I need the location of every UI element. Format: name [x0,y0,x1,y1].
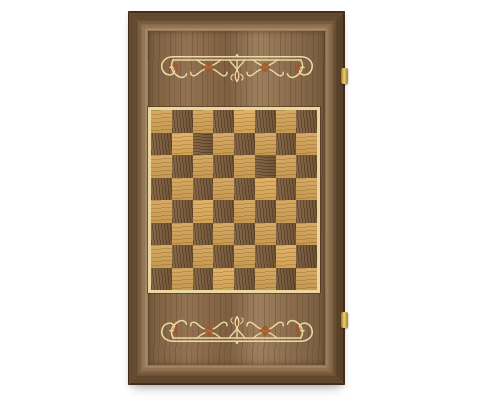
board-square [151,245,172,268]
board-square [193,245,214,268]
board-square [234,223,255,246]
board-square [276,133,297,156]
board-square [172,200,193,223]
board-square [151,200,172,223]
board-square [234,155,255,178]
board-square [172,133,193,156]
board-square [234,110,255,133]
case-frame-bottom [128,365,345,385]
board-square [172,268,193,291]
board-square [255,268,276,291]
board-square [151,133,172,156]
board-square [172,178,193,201]
board-square [172,155,193,178]
board-grid [151,110,317,290]
board-square [255,178,276,201]
board-square [296,223,317,246]
board-square [234,133,255,156]
board-square [213,245,234,268]
board-square [296,155,317,178]
board-square [213,200,234,223]
board-square [193,178,214,201]
board-square [193,110,214,133]
board-square [296,110,317,133]
board-square [234,245,255,268]
board-square [213,110,234,133]
board-square [172,223,193,246]
scrollwork-ornament-top [157,52,317,86]
board-square [276,155,297,178]
board-square [234,268,255,291]
board-square [172,245,193,268]
scrollwork-ornament-bottom [157,312,317,346]
board-square [151,223,172,246]
hinge-bottom [341,312,348,328]
board-square [213,268,234,291]
board-square [276,178,297,201]
board-square [213,155,234,178]
board-square [213,223,234,246]
hinge-top [341,68,348,84]
board-square [234,200,255,223]
board-square [193,223,214,246]
case-inner-panel [148,31,325,365]
board-square [276,223,297,246]
chess-board [148,107,320,293]
case-frame-left [128,11,148,385]
top-ornament-panel [148,31,325,107]
board-square [296,200,317,223]
board-square [193,268,214,291]
board-square [255,245,276,268]
board-square [234,178,255,201]
board-square [151,155,172,178]
board-square [255,223,276,246]
board-square [276,268,297,291]
board-square [213,133,234,156]
board-square [255,133,276,156]
board-square [296,133,317,156]
board-square [193,155,214,178]
board-square [151,110,172,133]
board-square [276,110,297,133]
board-square [296,245,317,268]
board-square [151,178,172,201]
board-square [193,200,214,223]
board-square [255,200,276,223]
chess-case [128,11,345,385]
case-frame-top [128,11,345,31]
bottom-ornament-panel [148,293,325,365]
board-square [296,268,317,291]
board-square [276,245,297,268]
board-square [255,110,276,133]
board-square [296,178,317,201]
photo-background [0,0,500,400]
board-square [213,178,234,201]
board-square [276,200,297,223]
board-square [255,155,276,178]
board-square [172,110,193,133]
board-square [151,268,172,291]
board-square [193,133,214,156]
